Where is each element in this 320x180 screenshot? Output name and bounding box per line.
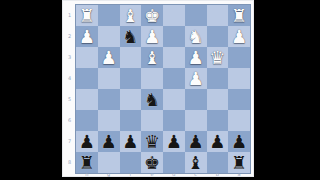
square-f6[interactable] [120, 110, 142, 131]
square-f8[interactable] [120, 152, 142, 173]
square-b1[interactable] [207, 5, 229, 26]
square-a4[interactable] [228, 68, 250, 89]
file-label-c: c [185, 172, 207, 177]
square-h8[interactable]: ♜ [76, 152, 98, 173]
white-pawn-icon[interactable]: ♟ [231, 26, 247, 47]
square-c7[interactable]: ♟ [185, 131, 207, 152]
square-g6[interactable] [98, 110, 120, 131]
black-pawn-icon[interactable]: ♟ [166, 131, 182, 152]
black-rook-icon[interactable]: ♜ [79, 152, 95, 173]
square-c8[interactable]: ♝ [185, 152, 207, 173]
square-g8[interactable] [98, 152, 120, 173]
square-d2[interactable] [163, 26, 185, 47]
square-h1[interactable]: ♜ [76, 5, 98, 26]
square-b2[interactable] [207, 26, 229, 47]
square-f5[interactable] [120, 89, 142, 110]
square-h7[interactable]: ♟ [76, 131, 98, 152]
black-knight-icon[interactable]: ♞ [122, 26, 138, 47]
square-c4[interactable]: ♟ [185, 68, 207, 89]
square-f4[interactable] [120, 68, 142, 89]
file-label-g: g [98, 172, 120, 177]
white-knight-icon[interactable]: ♞ [188, 26, 204, 47]
rank-label-5: 5 [64, 89, 75, 110]
file-label-d: d [163, 172, 185, 177]
square-b6[interactable] [207, 110, 229, 131]
square-h5[interactable] [76, 89, 98, 110]
rank-labels: 12345678 [64, 5, 75, 173]
black-pawn-icon[interactable]: ♟ [122, 131, 138, 152]
square-h4[interactable] [76, 68, 98, 89]
white-pawn-icon[interactable]: ♟ [188, 47, 204, 68]
square-a5[interactable] [228, 89, 250, 110]
white-bishop-icon[interactable]: ♝ [122, 5, 138, 26]
square-c3[interactable]: ♟ [185, 47, 207, 68]
file-label-h: h [76, 172, 98, 177]
black-knight-icon[interactable]: ♞ [144, 89, 160, 110]
square-a8[interactable]: ♜ [228, 152, 250, 173]
white-pawn-icon[interactable]: ♟ [144, 26, 160, 47]
square-e3[interactable]: ♝ [141, 47, 163, 68]
rank-label-2: 2 [64, 26, 75, 47]
square-d7[interactable]: ♟ [163, 131, 185, 152]
letterbox-bottom [62, 177, 254, 180]
square-d4[interactable] [163, 68, 185, 89]
square-e7[interactable]: ♛ [141, 131, 163, 152]
white-pawn-icon[interactable]: ♟ [101, 47, 117, 68]
square-b7[interactable]: ♟ [207, 131, 229, 152]
square-e2[interactable]: ♟ [141, 26, 163, 47]
black-pawn-icon[interactable]: ♟ [231, 131, 247, 152]
white-bishop-icon[interactable]: ♝ [144, 47, 160, 68]
black-pawn-icon[interactable]: ♟ [188, 131, 204, 152]
square-a7[interactable]: ♟ [228, 131, 250, 152]
square-f7[interactable]: ♟ [120, 131, 142, 152]
rank-label-6: 6 [64, 110, 75, 131]
black-king-icon[interactable]: ♚ [144, 152, 160, 173]
letterbox-left [0, 0, 62, 180]
black-pawn-icon[interactable]: ♟ [79, 131, 95, 152]
square-e6[interactable] [141, 110, 163, 131]
square-f2[interactable]: ♞ [120, 26, 142, 47]
chess-board: ♜♝♚♜♟♞♟♞♟♟♝♟♛♟♞♟♟♟♛♟♟♟♟♜♚♝♜ [76, 5, 250, 173]
rank-label-8: 8 [64, 152, 75, 173]
file-label-f: f [120, 172, 142, 177]
square-f3[interactable] [120, 47, 142, 68]
rank-label-1: 1 [64, 5, 75, 26]
file-labels: hgfedcba [76, 172, 250, 177]
white-rook-icon[interactable]: ♜ [79, 5, 95, 26]
square-b8[interactable] [207, 152, 229, 173]
square-d1[interactable] [163, 5, 185, 26]
square-b4[interactable] [207, 68, 229, 89]
board-frame: 12345678 ♜♝♚♜♟♞♟♞♟♟♝♟♛♟♞♟♟♟♛♟♟♟♟♜♚♝♜ hgf… [62, 0, 254, 177]
square-f1[interactable]: ♝ [120, 5, 142, 26]
square-c6[interactable] [185, 110, 207, 131]
square-g7[interactable]: ♟ [98, 131, 120, 152]
white-king-icon[interactable]: ♚ [144, 5, 160, 26]
square-a2[interactable]: ♟ [228, 26, 250, 47]
square-b5[interactable] [207, 89, 229, 110]
file-label-e: e [141, 172, 163, 177]
square-e8[interactable]: ♚ [141, 152, 163, 173]
square-a6[interactable] [228, 110, 250, 131]
square-c2[interactable]: ♞ [185, 26, 207, 47]
square-d8[interactable] [163, 152, 185, 173]
black-pawn-icon[interactable]: ♟ [101, 131, 117, 152]
white-pawn-icon[interactable]: ♟ [79, 26, 95, 47]
square-a1[interactable]: ♜ [228, 5, 250, 26]
screenshot-root: { "game": "chess", "view": { "orientatio… [0, 0, 320, 180]
letterbox-right [254, 0, 320, 180]
square-d5[interactable] [163, 89, 185, 110]
white-queen-icon[interactable]: ♛ [209, 47, 225, 68]
square-e4[interactable] [141, 68, 163, 89]
square-h3[interactable] [76, 47, 98, 68]
square-g4[interactable] [98, 68, 120, 89]
square-h6[interactable] [76, 110, 98, 131]
rank-label-4: 4 [64, 68, 75, 89]
square-d3[interactable] [163, 47, 185, 68]
square-g3[interactable]: ♟ [98, 47, 120, 68]
square-e5[interactable]: ♞ [141, 89, 163, 110]
square-b3[interactable]: ♛ [207, 47, 229, 68]
black-rook-icon[interactable]: ♜ [231, 152, 247, 173]
rank-label-3: 3 [64, 47, 75, 68]
square-g1[interactable] [98, 5, 120, 26]
square-e1[interactable]: ♚ [141, 5, 163, 26]
square-a3[interactable] [228, 47, 250, 68]
square-g5[interactable] [98, 89, 120, 110]
file-label-b: b [207, 172, 229, 177]
square-c1[interactable] [185, 5, 207, 26]
square-d6[interactable] [163, 110, 185, 131]
square-g2[interactable] [98, 26, 120, 47]
rank-label-7: 7 [64, 131, 75, 152]
white-pawn-icon[interactable]: ♟ [188, 68, 204, 89]
square-c5[interactable] [185, 89, 207, 110]
square-h2[interactable]: ♟ [76, 26, 98, 47]
black-pawn-icon[interactable]: ♟ [209, 131, 225, 152]
black-queen-icon[interactable]: ♛ [144, 131, 160, 152]
file-label-a: a [228, 172, 250, 177]
black-bishop-icon[interactable]: ♝ [188, 152, 204, 173]
white-rook-icon[interactable]: ♜ [231, 5, 247, 26]
